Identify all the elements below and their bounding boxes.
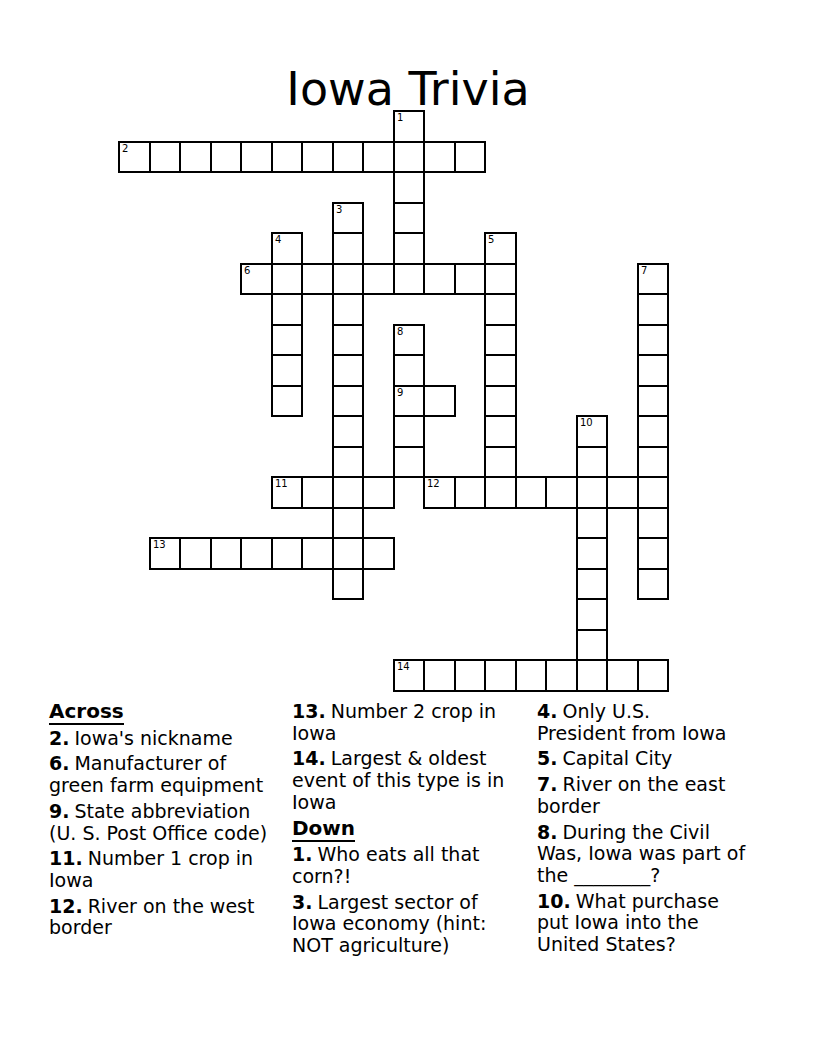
grid-cell-r18c12[interactable]: [484, 659, 517, 692]
grid-cell-r12c12[interactable]: [484, 476, 517, 509]
grid-cell-r18c11[interactable]: [454, 659, 486, 692]
grid-cell-r18c17[interactable]: [637, 659, 669, 692]
cell-number-8: 8: [397, 326, 403, 337]
grid-cell-r8c7[interactable]: [332, 354, 364, 387]
clue-number-label: 5.: [537, 747, 557, 769]
grid-cell-r12c7[interactable]: [332, 476, 364, 509]
grid-cell-r1c11[interactable]: [454, 141, 486, 173]
clue-text: Only U.S. President from Iowa: [537, 700, 726, 744]
grid-cell-r1c6[interactable]: [301, 141, 334, 173]
grid-cell-r8c17[interactable]: [637, 354, 669, 387]
clue-down-10: 10.What purchase put Iowa into the Unite…: [537, 891, 781, 956]
grid-cell-r4c5[interactable]: 4: [271, 232, 303, 265]
cell-number-5: 5: [488, 234, 494, 245]
grid-cell-r1c4[interactable]: [240, 141, 273, 173]
clue-number-label: 3.: [292, 891, 312, 913]
grid-cell-r13c7[interactable]: [332, 507, 364, 539]
clue-across-13: 13.Number 2 crop in Iowa: [292, 701, 536, 744]
grid-cell-r13c17[interactable]: [637, 507, 669, 539]
grid-cell-r16c15[interactable]: [576, 598, 608, 631]
grid-cell-r5c8[interactable]: [362, 263, 395, 295]
grid-cell-r7c7[interactable]: [332, 324, 364, 356]
grid-cell-r3c7[interactable]: 3: [332, 202, 364, 234]
grid-cell-r5c12[interactable]: [484, 263, 517, 295]
grid-cell-r12c8[interactable]: [362, 476, 395, 509]
grid-cell-r2c9[interactable]: [393, 171, 425, 204]
grid-cell-r1c5[interactable]: [271, 141, 303, 173]
grid-cell-r15c17[interactable]: [637, 568, 669, 600]
grid-cell-r15c15[interactable]: [576, 568, 608, 600]
down-heading: Down: [292, 818, 536, 840]
grid-cell-r7c9[interactable]: 8: [393, 324, 425, 356]
grid-cell-r12c15[interactable]: [576, 476, 608, 509]
clue-column-3: 4.Only U.S. President from Iowa5.Capital…: [537, 701, 781, 960]
grid-cell-r11c7[interactable]: [332, 446, 364, 478]
grid-cell-r7c17[interactable]: [637, 324, 669, 356]
grid-cell-r18c13[interactable]: [515, 659, 547, 692]
clue-number-label: 14.: [292, 747, 326, 769]
clue-down-4: 4.Only U.S. President from Iowa: [537, 701, 781, 744]
clue-number-label: 8.: [537, 821, 557, 843]
grid-cell-r1c2[interactable]: [179, 141, 212, 173]
grid-cell-r5c7[interactable]: [332, 263, 364, 295]
grid-cell-r6c5[interactable]: [271, 293, 303, 326]
grid-cell-r14c15[interactable]: [576, 537, 608, 570]
grid-cell-r5c4[interactable]: 6: [240, 263, 273, 295]
grid-cell-r5c17[interactable]: 7: [637, 263, 669, 295]
grid-cell-r12c5[interactable]: 11: [271, 476, 303, 509]
grid-cell-r12c14[interactable]: [545, 476, 578, 509]
clue-down-8: 8.During the Civil Was, Iowa was part of…: [537, 822, 781, 887]
cell-number-11: 11: [275, 478, 288, 489]
grid-cell-r9c17[interactable]: [637, 385, 669, 417]
cell-number-14: 14: [397, 661, 410, 672]
grid-cell-r18c16[interactable]: [606, 659, 639, 692]
grid-cell-r14c1[interactable]: 13: [149, 537, 181, 570]
page-title: Iowa Trivia: [0, 62, 816, 116]
clue-column-2: 13.Number 2 crop in Iowa14.Largest & old…: [292, 701, 536, 961]
clue-text: Capital City: [562, 747, 672, 769]
grid-cell-r18c9[interactable]: 14: [393, 659, 425, 692]
clue-column-1: Across2.Iowa's nickname6.Manufacturer of…: [49, 701, 293, 943]
clue-number-label: 11.: [49, 847, 83, 869]
grid-cell-r18c15[interactable]: [576, 659, 608, 692]
grid-cell-r12c6[interactable]: [301, 476, 334, 509]
clue-number-label: 1.: [292, 843, 312, 865]
across-heading: Across: [49, 701, 293, 723]
grid-cell-r1c0[interactable]: 2: [118, 141, 151, 173]
grid-cell-r12c13[interactable]: [515, 476, 547, 509]
grid-cell-r1c8[interactable]: [362, 141, 395, 173]
clue-across-2: 2.Iowa's nickname: [49, 728, 293, 750]
clue-down-1: 1.Who eats all that corn?!: [292, 844, 536, 887]
clue-down-7: 7.River on the east border: [537, 774, 781, 817]
grid-cell-r11c17[interactable]: [637, 446, 669, 478]
grid-cell-r8c5[interactable]: [271, 354, 303, 387]
grid-cell-r3c9[interactable]: [393, 202, 425, 234]
grid-cell-r5c10[interactable]: [423, 263, 456, 295]
grid-cell-r14c4[interactable]: [240, 537, 273, 570]
clue-number-label: 2.: [49, 727, 69, 749]
grid-cell-r5c9[interactable]: [393, 263, 425, 295]
clue-text: During the Civil Was, Iowa was part of t…: [537, 821, 745, 886]
down-heading-label: Down: [292, 816, 355, 842]
cell-number-12: 12: [427, 478, 440, 489]
grid-cell-r0c9[interactable]: 1: [393, 110, 425, 143]
clue-down-5: 5.Capital City: [537, 748, 781, 770]
clue-text: Who eats all that corn?!: [292, 843, 480, 887]
grid-cell-r4c9[interactable]: [393, 232, 425, 265]
clue-across-12: 12.River on the west border: [49, 896, 293, 939]
grid-cell-r18c14[interactable]: [545, 659, 578, 692]
clue-number-label: 10.: [537, 890, 571, 912]
grid-cell-r11c15[interactable]: [576, 446, 608, 478]
cell-number-6: 6: [244, 265, 250, 276]
grid-cell-r1c10[interactable]: [423, 141, 456, 173]
cell-number-10: 10: [580, 417, 593, 428]
grid-cell-r12c10[interactable]: 12: [423, 476, 456, 509]
cell-number-2: 2: [122, 143, 128, 154]
cell-number-7: 7: [641, 265, 647, 276]
grid-cell-r18c10[interactable]: [423, 659, 456, 692]
grid-cell-r14c3[interactable]: [210, 537, 242, 570]
grid-cell-r9c12[interactable]: [484, 385, 517, 417]
grid-cell-r14c7[interactable]: [332, 537, 364, 570]
crossword-page: { "game": "crossword", "title": "Iowa Tr…: [0, 0, 816, 1056]
grid-cell-r1c1[interactable]: [149, 141, 181, 173]
clue-number-label: 7.: [537, 773, 557, 795]
grid-cell-r9c9[interactable]: 9: [393, 385, 425, 417]
grid-cell-r15c7[interactable]: [332, 568, 364, 600]
cell-number-9: 9: [397, 387, 403, 398]
cell-number-3: 3: [336, 204, 342, 215]
clue-text: Iowa's nickname: [74, 727, 232, 749]
clue-number-label: 6.: [49, 752, 69, 774]
grid-cell-r5c5[interactable]: [271, 263, 303, 295]
grid-cell-r7c5[interactable]: [271, 324, 303, 356]
grid-cell-r14c6[interactable]: [301, 537, 334, 570]
grid-cell-r8c9[interactable]: [393, 354, 425, 387]
grid-cell-r14c5[interactable]: [271, 537, 303, 570]
cell-number-4: 4: [275, 234, 281, 245]
grid-cell-r12c16[interactable]: [606, 476, 639, 509]
grid-cell-r1c7[interactable]: [332, 141, 364, 173]
grid-cell-r9c7[interactable]: [332, 385, 364, 417]
grid-cell-r10c15[interactable]: 10: [576, 415, 608, 448]
grid-cell-r10c7[interactable]: [332, 415, 364, 448]
grid-cell-r10c12[interactable]: [484, 415, 517, 448]
grid-cell-r17c15[interactable]: [576, 629, 608, 661]
grid-cell-r12c17[interactable]: [637, 476, 669, 509]
grid-cell-r13c15[interactable]: [576, 507, 608, 539]
grid-cell-r5c11[interactable]: [454, 263, 486, 295]
clue-number-label: 9.: [49, 800, 69, 822]
grid-cell-r14c2[interactable]: [179, 537, 212, 570]
grid-cell-r10c9[interactable]: [393, 415, 425, 448]
grid-cell-r4c12[interactable]: 5: [484, 232, 517, 265]
clue-number-label: 13.: [292, 700, 326, 722]
clue-across-14: 14.Largest & oldest event of this type i…: [292, 748, 536, 813]
grid-cell-r14c8[interactable]: [362, 537, 395, 570]
grid-cell-r6c12[interactable]: [484, 293, 517, 326]
clue-across-11: 11.Number 1 crop in Iowa: [49, 848, 293, 891]
clue-number-label: 12.: [49, 895, 83, 917]
across-heading-label: Across: [49, 699, 124, 725]
clue-text: Manufacturer of green farm equipment: [49, 752, 263, 796]
grid-cell-r4c7[interactable]: [332, 232, 364, 265]
clue-across-9: 9.State abbreviation (U. S. Post Office …: [49, 801, 293, 844]
grid-cell-r1c3[interactable]: [210, 141, 242, 173]
grid-cell-r11c12[interactable]: [484, 446, 517, 478]
clue-text: River on the east border: [537, 773, 725, 817]
grid-cell-r5c6[interactable]: [301, 263, 334, 295]
grid-cell-r6c17[interactable]: [637, 293, 669, 326]
clue-down-3: 3.Largest sector of Iowa economy (hint: …: [292, 892, 536, 957]
clue-text: State abbreviation (U. S. Post Office co…: [49, 800, 267, 844]
grid-cell-r6c7[interactable]: [332, 293, 364, 326]
clue-number-label: 4.: [537, 700, 557, 722]
clue-across-6: 6.Manufacturer of green farm equipment: [49, 753, 293, 796]
grid-cell-r10c17[interactable]: [637, 415, 669, 448]
grid-cell-r8c12[interactable]: [484, 354, 517, 387]
grid-cell-r9c10[interactable]: [423, 385, 456, 417]
grid-cell-r14c17[interactable]: [637, 537, 669, 570]
grid-cell-r7c12[interactable]: [484, 324, 517, 356]
clue-text: Largest sector of Iowa economy (hint: NO…: [292, 891, 486, 956]
cell-number-13: 13: [153, 539, 166, 550]
grid-cell-r9c5[interactable]: [271, 385, 303, 417]
grid-cell-r12c11[interactable]: [454, 476, 486, 509]
grid-cell-r1c9[interactable]: [393, 141, 425, 173]
grid-cell-r11c9[interactable]: [393, 446, 425, 478]
cell-number-1: 1: [397, 112, 403, 123]
